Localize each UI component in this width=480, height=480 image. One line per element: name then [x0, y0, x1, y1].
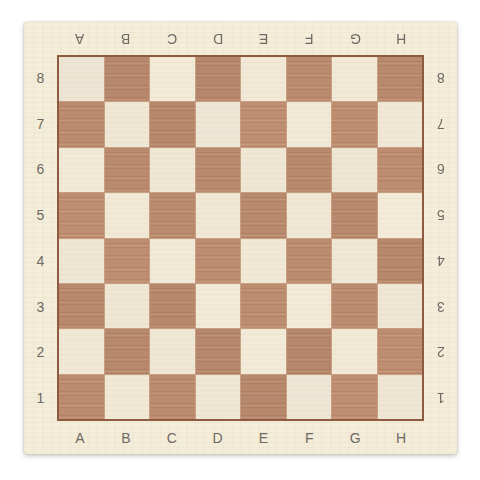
- rank-label-text: 4: [437, 254, 445, 268]
- file-labels-bottom: ABCDEFGH: [57, 421, 424, 454]
- file-label-text: A: [75, 32, 84, 46]
- file-label: F: [286, 421, 332, 454]
- square-b7[interactable]: [105, 102, 150, 146]
- square-b3[interactable]: [105, 284, 150, 328]
- rank-label: 1: [24, 375, 57, 421]
- file-label-text: A: [75, 431, 84, 445]
- rank-label-text: 3: [437, 300, 445, 314]
- square-d5[interactable]: [196, 193, 241, 237]
- square-c3[interactable]: [150, 284, 195, 328]
- file-label: H: [378, 22, 424, 55]
- rank-label: 6: [424, 147, 457, 193]
- square-d7[interactable]: [196, 102, 241, 146]
- file-label-text: D: [213, 32, 223, 46]
- square-e8[interactable]: [241, 57, 286, 101]
- rank-label-text: 8: [437, 71, 445, 85]
- square-d8[interactable]: [196, 57, 241, 101]
- square-f3[interactable]: [287, 284, 332, 328]
- square-a8[interactable]: [59, 57, 104, 101]
- rank-label: 5: [424, 192, 457, 238]
- rank-label: 2: [24, 330, 57, 376]
- rank-label: 6: [24, 147, 57, 193]
- square-d4[interactable]: [196, 239, 241, 283]
- chess-board: ABCDEFGH ABCDEFGH 87654321 87654321: [24, 22, 457, 454]
- square-g4[interactable]: [332, 239, 377, 283]
- rank-labels-left: 87654321: [24, 55, 57, 421]
- square-e1[interactable]: [241, 375, 286, 419]
- rank-label-text: 1: [437, 391, 445, 405]
- rank-label-text: 6: [37, 162, 45, 176]
- rank-label-text: 7: [437, 117, 445, 131]
- square-b2[interactable]: [105, 329, 150, 373]
- square-c7[interactable]: [150, 102, 195, 146]
- square-f5[interactable]: [287, 193, 332, 237]
- board-grid: [59, 57, 422, 419]
- rank-label: 4: [424, 238, 457, 284]
- rank-label-text: 1: [37, 391, 45, 405]
- square-g6[interactable]: [332, 148, 377, 192]
- square-b6[interactable]: [105, 148, 150, 192]
- rank-label: 4: [24, 238, 57, 284]
- rank-label: 5: [24, 192, 57, 238]
- square-f4[interactable]: [287, 239, 332, 283]
- rank-label-text: 7: [37, 117, 45, 131]
- rank-label-text: 8: [37, 71, 45, 85]
- rank-label: 3: [24, 284, 57, 330]
- rank-label-text: 2: [437, 345, 445, 359]
- file-label: C: [149, 421, 195, 454]
- file-label: B: [103, 421, 149, 454]
- file-labels-top: ABCDEFGH: [57, 22, 424, 55]
- square-e4[interactable]: [241, 239, 286, 283]
- file-label-text: F: [305, 32, 314, 46]
- file-label-text: C: [167, 32, 177, 46]
- square-b1[interactable]: [105, 375, 150, 419]
- square-a1[interactable]: [59, 375, 104, 419]
- rank-label-text: 5: [37, 208, 45, 222]
- square-a7[interactable]: [59, 102, 104, 146]
- file-label: A: [57, 421, 103, 454]
- square-g7[interactable]: [332, 102, 377, 146]
- square-a4[interactable]: [59, 239, 104, 283]
- rank-label: 2: [424, 330, 457, 376]
- square-c5[interactable]: [150, 193, 195, 237]
- square-f7[interactable]: [287, 102, 332, 146]
- square-e3[interactable]: [241, 284, 286, 328]
- playing-area: [57, 55, 424, 421]
- file-label: E: [241, 22, 287, 55]
- rank-label: 8: [24, 55, 57, 101]
- file-label-text: H: [396, 32, 406, 46]
- square-h8[interactable]: [378, 57, 423, 101]
- rank-label-text: 2: [37, 345, 45, 359]
- file-label: F: [286, 22, 332, 55]
- file-label: D: [195, 421, 241, 454]
- rank-label: 1: [424, 375, 457, 421]
- square-f1[interactable]: [287, 375, 332, 419]
- square-g8[interactable]: [332, 57, 377, 101]
- file-label: G: [332, 22, 378, 55]
- file-label-text: F: [305, 431, 314, 445]
- square-h5[interactable]: [378, 193, 423, 237]
- file-label-text: G: [350, 32, 361, 46]
- file-label-text: C: [167, 431, 177, 445]
- square-f6[interactable]: [287, 148, 332, 192]
- square-a5[interactable]: [59, 193, 104, 237]
- square-g2[interactable]: [332, 329, 377, 373]
- square-b8[interactable]: [105, 57, 150, 101]
- square-h2[interactable]: [378, 329, 423, 373]
- rank-label: 3: [424, 284, 457, 330]
- square-b5[interactable]: [105, 193, 150, 237]
- square-d6[interactable]: [196, 148, 241, 192]
- square-d2[interactable]: [196, 329, 241, 373]
- rank-label: 7: [424, 101, 457, 147]
- rank-labels-right: 87654321: [424, 55, 457, 421]
- rank-label: 8: [424, 55, 457, 101]
- square-a6[interactable]: [59, 148, 104, 192]
- square-e2[interactable]: [241, 329, 286, 373]
- rank-label: 7: [24, 101, 57, 147]
- square-a3[interactable]: [59, 284, 104, 328]
- square-h6[interactable]: [378, 148, 423, 192]
- file-label-text: E: [259, 32, 268, 46]
- file-label-text: B: [121, 431, 130, 445]
- file-label: D: [195, 22, 241, 55]
- square-e6[interactable]: [241, 148, 286, 192]
- rank-label-text: 6: [437, 162, 445, 176]
- rank-label-text: 4: [37, 254, 45, 268]
- square-c6[interactable]: [150, 148, 195, 192]
- square-e7[interactable]: [241, 102, 286, 146]
- square-g5[interactable]: [332, 193, 377, 237]
- square-f2[interactable]: [287, 329, 332, 373]
- square-f8[interactable]: [287, 57, 332, 101]
- square-c2[interactable]: [150, 329, 195, 373]
- square-c4[interactable]: [150, 239, 195, 283]
- square-g3[interactable]: [332, 284, 377, 328]
- file-label-text: D: [213, 431, 223, 445]
- square-c1[interactable]: [150, 375, 195, 419]
- file-label-text: E: [259, 431, 268, 445]
- file-label: H: [378, 421, 424, 454]
- file-label: C: [149, 22, 195, 55]
- square-d1[interactable]: [196, 375, 241, 419]
- file-label: E: [241, 421, 287, 454]
- rank-label-text: 5: [437, 208, 445, 222]
- square-h1[interactable]: [378, 375, 423, 419]
- file-label: A: [57, 22, 103, 55]
- square-g1[interactable]: [332, 375, 377, 419]
- file-label-text: G: [350, 431, 361, 445]
- square-e5[interactable]: [241, 193, 286, 237]
- square-h3[interactable]: [378, 284, 423, 328]
- file-label: B: [103, 22, 149, 55]
- square-b4[interactable]: [105, 239, 150, 283]
- square-h4[interactable]: [378, 239, 423, 283]
- square-h7[interactable]: [378, 102, 423, 146]
- square-c8[interactable]: [150, 57, 195, 101]
- screenshot-canvas: ABCDEFGH ABCDEFGH 87654321 87654321: [0, 0, 480, 480]
- rank-label-text: 3: [37, 300, 45, 314]
- file-label: G: [332, 421, 378, 454]
- file-label-text: B: [121, 32, 130, 46]
- file-label-text: H: [396, 431, 406, 445]
- square-a2[interactable]: [59, 329, 104, 373]
- square-d3[interactable]: [196, 284, 241, 328]
